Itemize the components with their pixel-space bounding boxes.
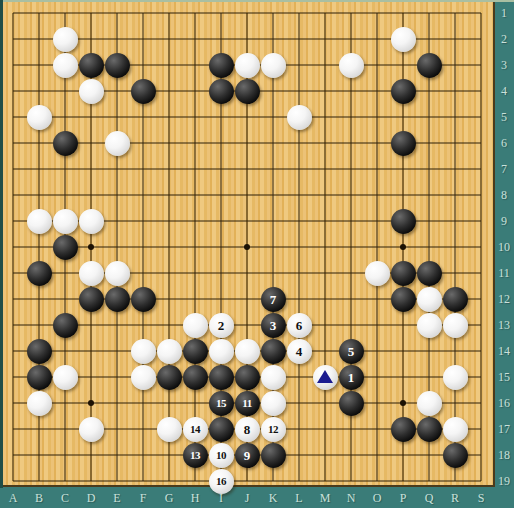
move-number-label: 7: [270, 293, 277, 306]
stone-K13: 3: [261, 313, 286, 338]
row-label-7: 7: [501, 163, 507, 175]
column-label-F: F: [140, 492, 147, 504]
stone-I17: [209, 417, 234, 442]
stone-E6: [105, 131, 130, 156]
stone-K18: [261, 443, 286, 468]
move-number-label: 5: [348, 345, 355, 358]
move-number-label: 1: [348, 371, 355, 384]
stone-I3: [209, 53, 234, 78]
stone-H17: 14: [183, 417, 208, 442]
stone-D3: [79, 53, 104, 78]
stone-J14: [235, 339, 260, 364]
row-label-17: 17: [498, 423, 510, 435]
row-label-1: 1: [501, 7, 507, 19]
column-label-G: G: [165, 492, 174, 504]
stone-C3: [53, 53, 78, 78]
stone-J4: [235, 79, 260, 104]
stone-P9: [391, 209, 416, 234]
stone-J18: 9: [235, 443, 260, 468]
column-label-K: K: [269, 492, 278, 504]
triangle-marker: [317, 370, 333, 383]
stone-O11: [365, 261, 390, 286]
row-label-19: 19: [498, 475, 510, 487]
stone-B11: [27, 261, 52, 286]
stone-B9: [27, 209, 52, 234]
stone-K15: [261, 365, 286, 390]
stone-R15: [443, 365, 468, 390]
stone-I4: [209, 79, 234, 104]
stone-E11: [105, 261, 130, 286]
star-point-P10: [400, 244, 406, 250]
row-label-3: 3: [501, 59, 507, 71]
stone-P11: [391, 261, 416, 286]
stone-F12: [131, 287, 156, 312]
stone-C10: [53, 235, 78, 260]
go-board-diagram: 72364511511148121310916 ABCDEFGHIJKLMNOP…: [0, 0, 514, 508]
stone-G17: [157, 417, 182, 442]
column-label-N: N: [347, 492, 356, 504]
stone-Q17: [417, 417, 442, 442]
row-label-10: 10: [498, 241, 510, 253]
stone-R17: [443, 417, 468, 442]
stone-R18: [443, 443, 468, 468]
stone-C15: [53, 365, 78, 390]
column-label-O: O: [373, 492, 382, 504]
star-point-D10: [88, 244, 94, 250]
stone-D11: [79, 261, 104, 286]
column-label-M: M: [320, 492, 331, 504]
star-point-J10: [244, 244, 250, 250]
column-label-B: B: [35, 492, 43, 504]
row-label-13: 13: [498, 319, 510, 331]
move-number-label: 2: [218, 319, 225, 332]
move-number-label: 9: [244, 449, 251, 462]
stone-Q12: [417, 287, 442, 312]
stone-K14: [261, 339, 286, 364]
column-label-E: E: [113, 492, 120, 504]
row-label-4: 4: [501, 85, 507, 97]
stone-H13: [183, 313, 208, 338]
stone-D4: [79, 79, 104, 104]
stone-Q13: [417, 313, 442, 338]
stone-L14: 4: [287, 339, 312, 364]
stone-L5: [287, 105, 312, 130]
row-label-16: 16: [498, 397, 510, 409]
row-label-14: 14: [498, 345, 510, 357]
stone-B15: [27, 365, 52, 390]
stone-I16: 15: [209, 391, 234, 416]
stone-C9: [53, 209, 78, 234]
stone-K17: 12: [261, 417, 286, 442]
row-label-15: 15: [498, 371, 510, 383]
stone-I15: [209, 365, 234, 390]
stone-R13: [443, 313, 468, 338]
star-point-P16: [400, 400, 406, 406]
stone-M15: [313, 365, 338, 390]
column-label-L: L: [295, 492, 302, 504]
stone-C2: [53, 27, 78, 52]
stone-H14: [183, 339, 208, 364]
stone-D17: [79, 417, 104, 442]
row-label-6: 6: [501, 137, 507, 149]
move-number-label: 3: [270, 319, 277, 332]
stone-B5: [27, 105, 52, 130]
stone-K12: 7: [261, 287, 286, 312]
stone-F15: [131, 365, 156, 390]
move-number-label: 6: [296, 319, 303, 332]
star-point-D16: [88, 400, 94, 406]
column-label-D: D: [87, 492, 96, 504]
stone-N3: [339, 53, 364, 78]
column-label-Q: Q: [425, 492, 434, 504]
row-label-8: 8: [501, 189, 507, 201]
stone-P4: [391, 79, 416, 104]
stone-E12: [105, 287, 130, 312]
stone-H15: [183, 365, 208, 390]
column-label-J: J: [245, 492, 250, 504]
stone-Q3: [417, 53, 442, 78]
stone-J17: 8: [235, 417, 260, 442]
stone-I19: 16: [209, 469, 234, 494]
column-label-H: H: [191, 492, 200, 504]
stone-Q16: [417, 391, 442, 416]
column-label-A: A: [9, 492, 18, 504]
stone-H18: 13: [183, 443, 208, 468]
stone-N14: 5: [339, 339, 364, 364]
row-label-12: 12: [498, 293, 510, 305]
stone-K3: [261, 53, 286, 78]
stone-E3: [105, 53, 130, 78]
stone-J16: 11: [235, 391, 260, 416]
row-label-18: 18: [498, 449, 510, 461]
stone-N16: [339, 391, 364, 416]
stone-N15: 1: [339, 365, 364, 390]
column-label-I: I: [219, 492, 223, 504]
stone-B16: [27, 391, 52, 416]
stone-G14: [157, 339, 182, 364]
move-number-label: 13: [190, 450, 200, 461]
stone-G15: [157, 365, 182, 390]
stone-B14: [27, 339, 52, 364]
stone-R12: [443, 287, 468, 312]
stone-D12: [79, 287, 104, 312]
column-label-S: S: [478, 492, 485, 504]
stone-K16: [261, 391, 286, 416]
stone-J15: [235, 365, 260, 390]
move-number-label: 8: [244, 423, 251, 436]
move-number-label: 11: [242, 398, 251, 409]
row-label-9: 9: [501, 215, 507, 227]
stone-P6: [391, 131, 416, 156]
column-label-P: P: [400, 492, 407, 504]
stone-I13: 2: [209, 313, 234, 338]
row-label-5: 5: [501, 111, 507, 123]
move-number-label: 4: [296, 345, 303, 358]
stone-P17: [391, 417, 416, 442]
stone-I14: [209, 339, 234, 364]
row-label-2: 2: [501, 33, 507, 45]
row-label-11: 11: [498, 267, 510, 279]
stone-J3: [235, 53, 260, 78]
stone-I18: 10: [209, 443, 234, 468]
move-number-label: 16: [216, 476, 226, 487]
stone-Q11: [417, 261, 442, 286]
stone-C6: [53, 131, 78, 156]
column-label-C: C: [61, 492, 69, 504]
column-label-R: R: [451, 492, 459, 504]
stone-C13: [53, 313, 78, 338]
move-number-label: 10: [216, 450, 226, 461]
move-number-label: 14: [190, 424, 200, 435]
stone-F4: [131, 79, 156, 104]
move-number-label: 12: [268, 424, 278, 435]
stone-P12: [391, 287, 416, 312]
stone-D9: [79, 209, 104, 234]
stone-F14: [131, 339, 156, 364]
stone-L13: 6: [287, 313, 312, 338]
move-number-label: 15: [216, 398, 226, 409]
stone-P2: [391, 27, 416, 52]
